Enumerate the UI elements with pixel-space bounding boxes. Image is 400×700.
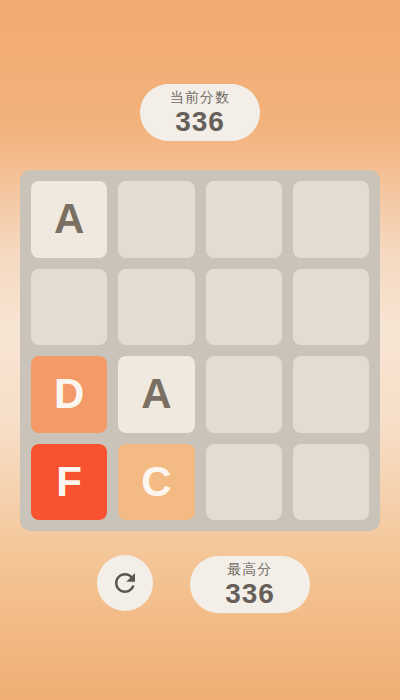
empty-cell-r3c4 xyxy=(293,356,369,433)
empty-cell-r4c4 xyxy=(293,444,369,521)
empty-cell-r1c3 xyxy=(206,181,282,258)
current-score-panel: 当前分数 336 xyxy=(140,84,260,141)
empty-cell-r2c3 xyxy=(206,269,282,346)
restart-button[interactable] xyxy=(97,555,153,611)
best-score-panel: 最高分 336 xyxy=(190,556,310,613)
empty-cell-r3c3 xyxy=(206,356,282,433)
current-score-label: 当前分数 xyxy=(170,88,230,106)
tile-A-r1c1: A xyxy=(31,181,107,258)
tile-C-r4c2: C xyxy=(118,444,194,521)
empty-cell-r1c4 xyxy=(293,181,369,258)
current-score-value: 336 xyxy=(175,106,225,138)
best-score-value: 336 xyxy=(225,578,275,610)
tile-A-r3c2: A xyxy=(118,356,194,433)
tile-D-r3c1: D xyxy=(31,356,107,433)
game-board[interactable]: ADAFC xyxy=(20,170,380,531)
refresh-icon xyxy=(110,568,140,598)
empty-cell-r4c3 xyxy=(206,444,282,521)
empty-cell-r2c1 xyxy=(31,269,107,346)
empty-cell-r1c2 xyxy=(118,181,194,258)
tile-F-r4c1: F xyxy=(31,444,107,521)
game-screen: 当前分数 336 ADAFC 最高分 336 xyxy=(0,0,400,700)
best-score-label: 最高分 xyxy=(228,560,273,578)
empty-cell-r2c2 xyxy=(118,269,194,346)
empty-cell-r2c4 xyxy=(293,269,369,346)
